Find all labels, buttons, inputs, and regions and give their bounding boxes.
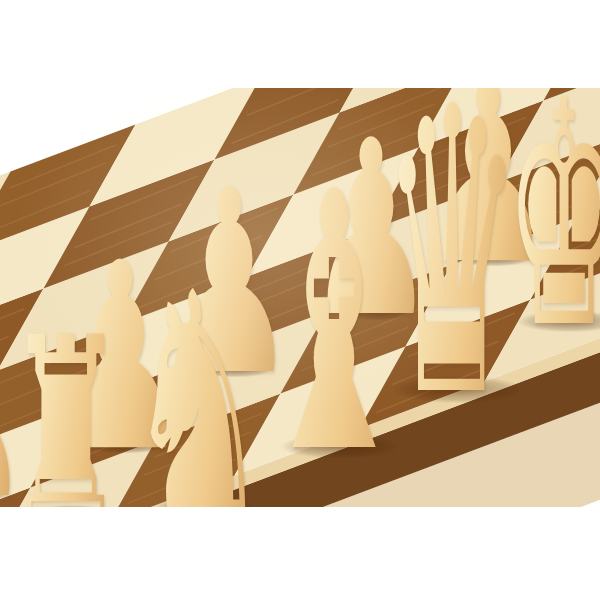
- piece-bishop-c1[interactable]: ♝: [254, 147, 413, 503]
- chess-set-photo: ♟♟♚♟♛♟♝♟♞♜ rnbqkbnr/pppppppp/8/8/8/8/PPP…: [0, 0, 600, 600]
- photo-white-background-top: [0, 0, 600, 88]
- photo-white-background-bottom: [0, 507, 600, 600]
